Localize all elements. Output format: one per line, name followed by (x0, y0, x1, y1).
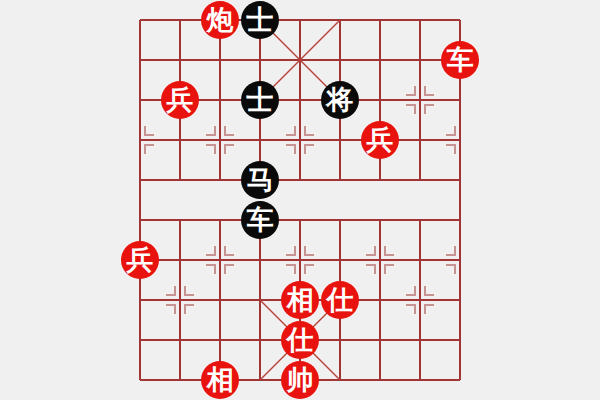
piece-black-advisor[interactable]: 士 (241, 81, 279, 119)
piece-character: 兵 (127, 241, 154, 279)
piece-red-soldier[interactable]: 兵 (361, 121, 399, 159)
piece-red-soldier[interactable]: 兵 (121, 241, 159, 279)
piece-character: 帅 (287, 361, 314, 399)
piece-red-soldier[interactable]: 兵 (161, 81, 199, 119)
piece-red-chariot[interactable]: 车 (441, 41, 479, 79)
piece-black-chariot[interactable]: 车 (241, 201, 279, 239)
piece-character: 马 (247, 161, 274, 199)
piece-red-cannon[interactable]: 炮 (201, 1, 239, 39)
piece-character: 兵 (167, 81, 194, 119)
piece-black-horse[interactable]: 马 (241, 161, 279, 199)
piece-red-advisor[interactable]: 仕 (321, 281, 359, 319)
piece-red-general[interactable]: 帅 (281, 361, 319, 399)
piece-character: 士 (247, 1, 274, 39)
piece-character: 车 (247, 201, 274, 239)
piece-character: 炮 (207, 1, 234, 39)
piece-character: 仕 (327, 281, 354, 319)
xiangqi-board: 炮士车兵士将兵马车兵相仕仕相帅 (0, 0, 600, 400)
piece-red-advisor[interactable]: 仕 (281, 321, 319, 359)
piece-character: 将 (327, 81, 354, 119)
piece-character: 车 (447, 41, 474, 79)
piece-character: 相 (287, 281, 314, 319)
piece-red-elephant[interactable]: 相 (281, 281, 319, 319)
piece-black-advisor[interactable]: 士 (241, 1, 279, 39)
piece-character: 士 (247, 81, 274, 119)
piece-character: 兵 (367, 121, 394, 159)
piece-character: 相 (207, 361, 234, 399)
piece-layer: 炮士车兵士将兵马车兵相仕仕相帅 (120, 0, 480, 400)
piece-character: 仕 (287, 321, 314, 359)
piece-red-elephant[interactable]: 相 (201, 361, 239, 399)
piece-black-general[interactable]: 将 (321, 81, 359, 119)
